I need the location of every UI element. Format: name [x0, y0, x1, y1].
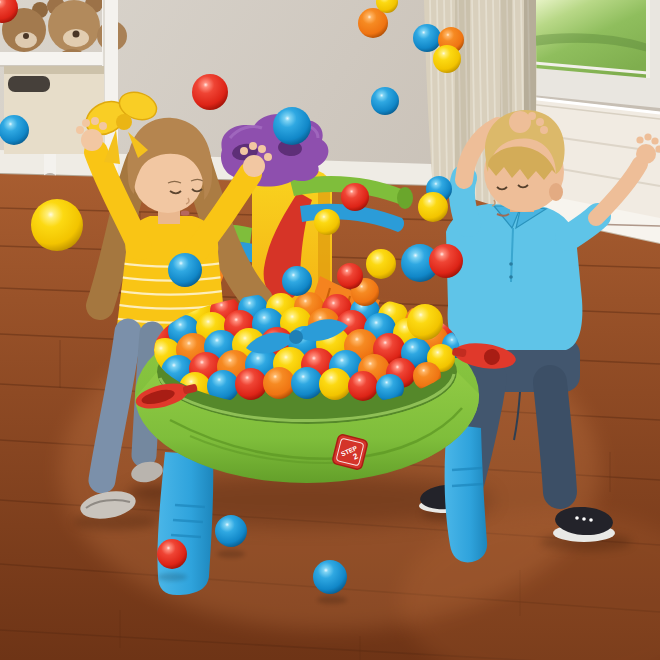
flying-ball-red — [429, 244, 463, 278]
flying-ball-blue — [413, 24, 441, 52]
flying-ball-yellow — [418, 192, 448, 222]
basin-ball-yellow — [319, 368, 351, 400]
flying-ball-red — [341, 183, 369, 211]
flying-ball-blue — [0, 115, 29, 145]
flying-ball-red — [157, 539, 187, 569]
flying-ball-yellow — [314, 209, 340, 235]
basin-ball-red — [348, 371, 378, 401]
flying-ball-blue — [273, 107, 311, 145]
flying-ball-red — [337, 263, 363, 289]
flying-ball-orange — [358, 8, 388, 38]
scene-canvas: STEP 2 — [0, 0, 660, 660]
photo-scene: STEP 2 — [0, 0, 660, 660]
basin-ball-blue — [291, 367, 323, 399]
flying-ball-yellow — [366, 249, 396, 279]
basin-ball-orange — [263, 367, 295, 399]
basin-ball-red — [235, 368, 267, 400]
window — [522, 0, 660, 108]
flying-ball-blue — [215, 515, 247, 547]
flying-ball-red — [192, 74, 228, 110]
flying-ball-blue — [282, 266, 312, 296]
flying-ball-yellow — [407, 304, 443, 340]
step2-logo: STEP 2 — [332, 434, 368, 470]
flying-ball-blue — [371, 87, 399, 115]
flying-ball-blue — [168, 253, 202, 287]
flying-ball-yellow — [433, 45, 461, 73]
flying-ball-blue — [313, 560, 347, 594]
flying-ball-yellow — [31, 199, 83, 251]
